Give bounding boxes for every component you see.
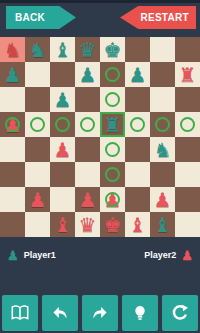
piece-teal-b: ♝ [154,215,172,235]
piece-teal-p: ♟ [54,90,72,110]
square-c2[interactable] [50,187,75,212]
square-d3[interactable] [75,162,100,187]
piece-red-b: ♝ [129,215,147,235]
move-ring [180,117,195,132]
piece-teal-p: ♟ [129,65,147,85]
move-ring [155,117,170,132]
redo-button[interactable] [82,295,118,331]
square-g5[interactable] [150,112,175,137]
square-c7[interactable] [50,62,75,87]
piece-red-p: ♟ [79,190,97,210]
top-bar: BACK RESTART [0,3,200,33]
square-b5[interactable] [25,112,50,137]
open-book-icon [9,302,31,324]
redo-arrow-icon [89,302,111,324]
square-a1[interactable] [0,212,25,237]
square-h1[interactable] [175,212,200,237]
square-b1[interactable] [25,212,50,237]
square-h7[interactable]: ♜ [175,62,200,87]
square-b3[interactable] [25,162,50,187]
square-c6[interactable]: ♟ [50,87,75,112]
player2-label: Player2 [144,250,176,260]
square-d5[interactable] [75,112,100,137]
square-e5[interactable]: ♜ [100,112,125,137]
piece-teal-r: ♜ [104,115,122,135]
square-f7[interactable]: ♟ [125,62,150,87]
lightbulb-icon [129,302,151,324]
square-f4[interactable] [125,137,150,162]
piece-red-q: ♛ [79,215,97,235]
piece-red-r: ♜ [179,65,197,85]
square-b8[interactable]: ♞ [25,37,50,62]
bottom-toolbar [0,295,200,332]
square-c8[interactable]: ♝ [50,37,75,62]
move-ring [105,167,120,182]
square-e3[interactable] [100,162,125,187]
square-g3[interactable] [150,162,175,187]
square-f8[interactable] [125,37,150,62]
refresh-button[interactable] [162,295,198,331]
refresh-icon [169,302,191,324]
piece-red-p: ♟ [54,140,72,160]
player-bar: ♟ Player1 Player2 ♟ [0,245,200,265]
piece-teal-q: ♛ [79,40,97,60]
square-g6[interactable] [150,87,175,112]
square-a7[interactable]: ♟ [0,62,25,87]
square-d2[interactable]: ♟ [75,187,100,212]
square-c4[interactable]: ♟ [50,137,75,162]
book-button[interactable] [2,295,38,331]
square-g8[interactable] [150,37,175,62]
move-ring [80,117,95,132]
square-g1[interactable]: ♝ [150,212,175,237]
move-ring [105,142,120,157]
piece-teal-n: ♞ [29,40,47,60]
square-d4[interactable] [75,137,100,162]
square-h8[interactable] [175,37,200,62]
square-h6[interactable] [175,87,200,112]
piece-teal-b: ♝ [54,40,72,60]
capture-ring [105,192,120,207]
square-b6[interactable] [25,87,50,112]
square-d1[interactable]: ♛ [75,212,100,237]
square-e1[interactable]: ♚ [100,212,125,237]
move-ring [55,117,70,132]
square-d7[interactable]: ♟ [75,62,100,87]
square-f3[interactable] [125,162,150,187]
square-b4[interactable] [25,137,50,162]
back-button[interactable]: BACK [6,6,76,29]
restart-label: RESTART [140,12,189,23]
square-a8[interactable]: ♞ [0,37,25,62]
square-h5[interactable] [175,112,200,137]
square-g2[interactable]: ♟ [150,187,175,212]
piece-teal-n: ♞ [154,140,172,160]
capture-ring [5,117,20,132]
square-a4[interactable] [0,137,25,162]
square-b7[interactable] [25,62,50,87]
player1-info: ♟ Player1 [7,249,56,262]
player1-pawn-icon: ♟ [7,249,19,262]
undo-arrow-icon [49,302,71,324]
square-f5[interactable] [125,112,150,137]
chess-board: ♞♞♝♛♚♟♟♟♜♟♟♜♟♞♟♟♟♟♝♛♚♝♝ [0,37,200,237]
piece-teal-p: ♟ [79,65,97,85]
piece-red-k: ♚ [104,215,122,235]
app-screen: BACK RESTART ♞♞♝♛♚♟♟♟♜♟♟♜♟♞♟♟♟♟♝♛♚♝♝ ♟ P… [0,0,200,333]
square-g4[interactable]: ♞ [150,137,175,162]
back-label: BACK [15,12,45,23]
square-h3[interactable] [175,162,200,187]
square-h2[interactable] [175,187,200,212]
piece-red-p: ♟ [154,190,172,210]
square-e8[interactable]: ♚ [100,37,125,62]
move-ring [130,117,145,132]
square-d8[interactable]: ♛ [75,37,100,62]
square-e7[interactable] [100,62,125,87]
square-e4[interactable] [100,137,125,162]
piece-red-b: ♝ [54,215,72,235]
square-a2[interactable] [0,187,25,212]
square-f2[interactable] [125,187,150,212]
square-e2[interactable]: ♟ [100,187,125,212]
square-h4[interactable] [175,137,200,162]
restart-button[interactable]: RESTART [120,6,196,29]
square-d6[interactable] [75,87,100,112]
square-g7[interactable] [150,62,175,87]
piece-teal-k: ♚ [104,40,122,60]
square-e6[interactable] [100,87,125,112]
player2-info: Player2 ♟ [144,249,193,262]
piece-red-n: ♞ [4,40,22,60]
square-f1[interactable]: ♝ [125,212,150,237]
square-b2[interactable]: ♟ [25,187,50,212]
square-a5[interactable]: ♟ [0,112,25,137]
square-c1[interactable]: ♝ [50,212,75,237]
piece-teal-p: ♟ [4,65,22,85]
square-c3[interactable] [50,162,75,187]
hint-button[interactable] [122,295,158,331]
square-a6[interactable] [0,87,25,112]
square-f6[interactable] [125,87,150,112]
move-ring [105,67,120,82]
undo-button[interactable] [42,295,78,331]
square-c5[interactable] [50,112,75,137]
square-a3[interactable] [0,162,25,187]
move-ring [30,117,45,132]
player2-pawn-icon: ♟ [181,249,193,262]
move-ring [105,92,120,107]
player1-label: Player1 [24,250,56,260]
piece-red-p: ♟ [29,190,47,210]
